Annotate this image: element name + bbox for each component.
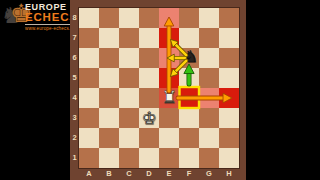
europe-echecs-logo: ♞ ♚ EUROPE ECHECS www.europe-echecs.com <box>2 1 70 39</box>
square-b3[interactable] <box>99 108 119 128</box>
logo-divider <box>25 24 70 25</box>
square-g6[interactable] <box>199 48 219 68</box>
square-c8[interactable] <box>119 8 139 28</box>
square-f3[interactable] <box>179 108 199 128</box>
rank-label-6: 6 <box>70 48 79 68</box>
square-e7[interactable] <box>159 28 179 48</box>
white-king[interactable]: ♚ <box>139 109 159 129</box>
square-c6[interactable] <box>119 48 139 68</box>
square-f8[interactable] <box>179 8 199 28</box>
square-g7[interactable] <box>199 28 219 48</box>
square-b6[interactable] <box>99 48 119 68</box>
square-d1[interactable] <box>139 148 159 168</box>
rank-label-4: 4 <box>70 88 79 108</box>
square-b5[interactable] <box>99 68 119 88</box>
square-d8[interactable] <box>139 8 159 28</box>
square-a4[interactable] <box>79 88 99 108</box>
square-h4[interactable] <box>219 88 239 108</box>
square-f4[interactable] <box>179 88 199 108</box>
file-label-e: E <box>159 169 179 179</box>
square-d4[interactable] <box>139 88 159 108</box>
square-a1[interactable] <box>79 148 99 168</box>
square-a3[interactable] <box>79 108 99 128</box>
square-f1[interactable] <box>179 148 199 168</box>
square-h5[interactable] <box>219 68 239 88</box>
rank-label-8: 8 <box>70 8 79 28</box>
square-b8[interactable] <box>99 8 119 28</box>
square-e2[interactable] <box>159 128 179 148</box>
square-d7[interactable] <box>139 28 159 48</box>
square-g5[interactable] <box>199 68 219 88</box>
square-b2[interactable] <box>99 128 119 148</box>
chessboard-frame: 87654321ABCDEFGH ♜♚♞ <box>70 0 246 180</box>
file-label-a: A <box>79 169 99 179</box>
chessboard: ♜♚♞ <box>79 8 239 168</box>
square-e3[interactable] <box>159 108 179 128</box>
square-d2[interactable] <box>139 128 159 148</box>
rank-label-1: 1 <box>70 148 79 168</box>
square-f7[interactable] <box>179 28 199 48</box>
square-b1[interactable] <box>99 148 119 168</box>
square-b4[interactable] <box>99 88 119 108</box>
square-g2[interactable] <box>199 128 219 148</box>
square-c3[interactable] <box>119 108 139 128</box>
square-d5[interactable] <box>139 68 159 88</box>
square-a6[interactable] <box>79 48 99 68</box>
square-g1[interactable] <box>199 148 219 168</box>
rank-label-5: 5 <box>70 68 79 88</box>
square-c7[interactable] <box>119 28 139 48</box>
black-knight[interactable]: ♞ <box>181 47 201 67</box>
square-b7[interactable] <box>99 28 119 48</box>
file-label-d: D <box>139 169 159 179</box>
video-frame: ♞ ♚ EUROPE ECHECS www.europe-echecs.com … <box>0 0 320 180</box>
square-g4[interactable] <box>199 88 219 108</box>
square-h8[interactable] <box>219 8 239 28</box>
rank-label-3: 3 <box>70 108 79 128</box>
file-label-b: B <box>99 169 119 179</box>
square-e8[interactable] <box>159 8 179 28</box>
rank-label-7: 7 <box>70 28 79 48</box>
square-h6[interactable] <box>219 48 239 68</box>
file-label-h: H <box>219 169 239 179</box>
square-c4[interactable] <box>119 88 139 108</box>
square-h3[interactable] <box>219 108 239 128</box>
square-g3[interactable] <box>199 108 219 128</box>
square-h1[interactable] <box>219 148 239 168</box>
square-a2[interactable] <box>79 128 99 148</box>
white-rook[interactable]: ♜ <box>159 88 179 108</box>
file-label-g: G <box>199 169 219 179</box>
square-c5[interactable] <box>119 68 139 88</box>
square-f5[interactable] <box>179 68 199 88</box>
file-label-f: F <box>179 169 199 179</box>
square-f2[interactable] <box>179 128 199 148</box>
square-e1[interactable] <box>159 148 179 168</box>
square-c2[interactable] <box>119 128 139 148</box>
square-e5[interactable] <box>159 68 179 88</box>
square-h2[interactable] <box>219 128 239 148</box>
square-d6[interactable] <box>139 48 159 68</box>
square-a5[interactable] <box>79 68 99 88</box>
square-a8[interactable] <box>79 8 99 28</box>
square-e6[interactable] <box>159 48 179 68</box>
file-label-c: C <box>119 169 139 179</box>
square-g8[interactable] <box>199 8 219 28</box>
square-c1[interactable] <box>119 148 139 168</box>
rank-label-2: 2 <box>70 128 79 148</box>
square-a7[interactable] <box>79 28 99 48</box>
square-h7[interactable] <box>219 28 239 48</box>
